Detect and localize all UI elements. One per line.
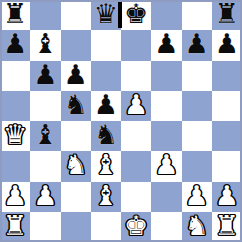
- square-g3[interactable]: [182, 151, 212, 181]
- square-d6[interactable]: [91, 61, 121, 91]
- square-a7[interactable]: ♟: [0, 30, 30, 60]
- square-c5[interactable]: ♞: [61, 91, 91, 121]
- piece-white-pawn[interactable]: ♟: [185, 181, 209, 211]
- square-b3[interactable]: [30, 151, 60, 181]
- square-a3[interactable]: [0, 151, 30, 181]
- square-c6[interactable]: ♟: [61, 61, 91, 91]
- square-g6[interactable]: [182, 61, 212, 91]
- square-a2[interactable]: ♟: [0, 182, 30, 212]
- square-d2[interactable]: ♝: [91, 182, 121, 212]
- piece-white-pawn[interactable]: ♟: [33, 181, 57, 211]
- piece-black-knight[interactable]: ♞: [94, 120, 118, 150]
- piece-white-bishop[interactable]: ♝: [94, 150, 118, 180]
- square-f8[interactable]: [151, 0, 181, 30]
- square-e8[interactable]: ♚: [121, 0, 151, 30]
- square-h5[interactable]: [212, 91, 242, 121]
- square-g7[interactable]: ♟: [182, 30, 212, 60]
- square-d3[interactable]: ♝: [91, 151, 121, 181]
- square-c8[interactable]: [61, 0, 91, 30]
- square-c7[interactable]: [61, 30, 91, 60]
- square-b4[interactable]: ♝: [30, 121, 60, 151]
- piece-black-pawn[interactable]: ♟: [64, 60, 88, 90]
- piece-black-bishop[interactable]: ♝: [33, 29, 57, 59]
- piece-white-knight[interactable]: ♞: [185, 211, 209, 241]
- piece-black-king[interactable]: ♚: [124, 0, 148, 29]
- square-f4[interactable]: [151, 121, 181, 151]
- square-h1[interactable]: ♜: [212, 212, 242, 242]
- piece-white-rook[interactable]: ♜: [215, 211, 239, 241]
- square-c4[interactable]: [61, 121, 91, 151]
- piece-black-pawn[interactable]: ♟: [94, 90, 118, 120]
- square-e2[interactable]: [121, 182, 151, 212]
- square-b6[interactable]: ♟: [30, 61, 60, 91]
- square-e7[interactable]: [121, 30, 151, 60]
- piece-white-pawn[interactable]: ♟: [124, 90, 148, 120]
- square-c2[interactable]: [61, 182, 91, 212]
- square-f6[interactable]: [151, 61, 181, 91]
- square-h3[interactable]: [212, 151, 242, 181]
- square-d7[interactable]: [91, 30, 121, 60]
- square-b8[interactable]: [30, 0, 60, 30]
- square-h4[interactable]: [212, 121, 242, 151]
- piece-white-pawn[interactable]: ♟: [154, 150, 178, 180]
- piece-black-pawn[interactable]: ♟: [33, 60, 57, 90]
- piece-black-queen[interactable]: ♛: [94, 0, 118, 29]
- piece-white-knight[interactable]: ♞: [64, 150, 88, 180]
- square-d4[interactable]: ♞: [91, 121, 121, 151]
- square-c1[interactable]: [61, 212, 91, 242]
- piece-white-pawn[interactable]: ♟: [215, 181, 239, 211]
- square-a6[interactable]: [0, 61, 30, 91]
- square-a5[interactable]: [0, 91, 30, 121]
- square-e4[interactable]: [121, 121, 151, 151]
- square-f3[interactable]: ♟: [151, 151, 181, 181]
- piece-black-pawn[interactable]: ♟: [185, 29, 209, 59]
- piece-white-rook[interactable]: ♜: [3, 211, 27, 241]
- piece-black-pawn[interactable]: ♟: [154, 29, 178, 59]
- piece-white-king[interactable]: ♚: [124, 211, 148, 241]
- square-g4[interactable]: [182, 121, 212, 151]
- piece-black-rook[interactable]: ♜: [3, 0, 27, 29]
- chess-board: ♜♛♚♜♟♝♟♟♟♟♟♞♟♟♛♝♞♞♝♟♟♟♝♟♟♜♚♞♜: [0, 0, 242, 242]
- square-f5[interactable]: [151, 91, 181, 121]
- square-a1[interactable]: ♜: [0, 212, 30, 242]
- square-h2[interactable]: ♟: [212, 182, 242, 212]
- piece-black-rook[interactable]: ♜: [215, 0, 239, 29]
- square-d1[interactable]: [91, 212, 121, 242]
- square-f7[interactable]: ♟: [151, 30, 181, 60]
- square-d8[interactable]: ♛: [91, 0, 121, 30]
- piece-white-pawn[interactable]: ♟: [3, 181, 27, 211]
- square-a4[interactable]: ♛: [0, 121, 30, 151]
- square-a8[interactable]: ♜: [0, 0, 30, 30]
- square-g8[interactable]: [182, 0, 212, 30]
- piece-black-pawn[interactable]: ♟: [3, 29, 27, 59]
- piece-black-knight[interactable]: ♞: [64, 90, 88, 120]
- square-h6[interactable]: [212, 61, 242, 91]
- piece-white-bishop[interactable]: ♝: [94, 181, 118, 211]
- square-b2[interactable]: ♟: [30, 182, 60, 212]
- square-b7[interactable]: ♝: [30, 30, 60, 60]
- square-c3[interactable]: ♞: [61, 151, 91, 181]
- square-g1[interactable]: ♞: [182, 212, 212, 242]
- square-h8[interactable]: ♜: [212, 0, 242, 30]
- piece-black-bishop[interactable]: ♝: [33, 120, 57, 150]
- square-f2[interactable]: [151, 182, 181, 212]
- square-d5[interactable]: ♟: [91, 91, 121, 121]
- square-f1[interactable]: [151, 212, 181, 242]
- square-e5[interactable]: ♟: [121, 91, 151, 121]
- square-g2[interactable]: ♟: [182, 182, 212, 212]
- piece-black-pawn[interactable]: ♟: [215, 29, 239, 59]
- square-e6[interactable]: [121, 61, 151, 91]
- piece-white-queen[interactable]: ♛: [3, 120, 27, 150]
- square-g5[interactable]: [182, 91, 212, 121]
- square-e1[interactable]: ♚: [121, 212, 151, 242]
- square-h7[interactable]: ♟: [212, 30, 242, 60]
- square-b5[interactable]: [30, 91, 60, 121]
- square-e3[interactable]: [121, 151, 151, 181]
- square-b1[interactable]: [30, 212, 60, 242]
